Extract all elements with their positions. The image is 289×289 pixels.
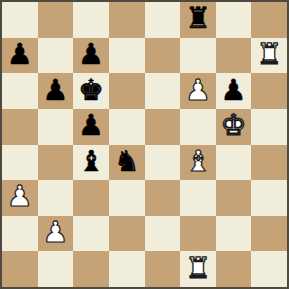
- square-e3[interactable]: [145, 180, 181, 216]
- square-a6[interactable]: [2, 73, 38, 109]
- square-g7[interactable]: [216, 38, 252, 74]
- square-f8[interactable]: ♜: [180, 2, 216, 38]
- square-b5[interactable]: [38, 109, 74, 145]
- white-bishop-f4[interactable]: ♝: [185, 147, 211, 176]
- square-h1[interactable]: [251, 251, 287, 287]
- square-f2[interactable]: [180, 216, 216, 252]
- square-f4[interactable]: ♝: [180, 145, 216, 181]
- square-g8[interactable]: [216, 2, 252, 38]
- square-d2[interactable]: [109, 216, 145, 252]
- square-h6[interactable]: [251, 73, 287, 109]
- square-c3[interactable]: [73, 180, 109, 216]
- square-g5[interactable]: ♚: [216, 109, 252, 145]
- square-e7[interactable]: [145, 38, 181, 74]
- square-e2[interactable]: [145, 216, 181, 252]
- white-rook-f1[interactable]: ♜: [185, 254, 211, 283]
- square-h4[interactable]: [251, 145, 287, 181]
- square-b1[interactable]: [38, 251, 74, 287]
- square-c2[interactable]: [73, 216, 109, 252]
- square-h3[interactable]: [251, 180, 287, 216]
- black-pawn-a7[interactable]: ♟: [7, 40, 33, 69]
- square-c6[interactable]: ♚: [73, 73, 109, 109]
- black-knight-d4[interactable]: ♞: [114, 147, 140, 176]
- black-bishop-c4[interactable]: ♝: [78, 147, 104, 176]
- square-h2[interactable]: [251, 216, 287, 252]
- black-pawn-c5[interactable]: ♟: [78, 111, 104, 140]
- square-e8[interactable]: [145, 2, 181, 38]
- white-pawn-b2[interactable]: ♟: [42, 218, 68, 247]
- square-h7[interactable]: ♜: [251, 38, 287, 74]
- square-d6[interactable]: [109, 73, 145, 109]
- square-b7[interactable]: [38, 38, 74, 74]
- square-d7[interactable]: [109, 38, 145, 74]
- square-c8[interactable]: [73, 2, 109, 38]
- square-e5[interactable]: [145, 109, 181, 145]
- square-b8[interactable]: [38, 2, 74, 38]
- square-h8[interactable]: [251, 2, 287, 38]
- square-g1[interactable]: [216, 251, 252, 287]
- square-a1[interactable]: [2, 251, 38, 287]
- black-pawn-g6[interactable]: ♟: [221, 76, 247, 105]
- square-d4[interactable]: ♞: [109, 145, 145, 181]
- square-d5[interactable]: [109, 109, 145, 145]
- square-h5[interactable]: [251, 109, 287, 145]
- square-d3[interactable]: [109, 180, 145, 216]
- square-c1[interactable]: [73, 251, 109, 287]
- square-e6[interactable]: [145, 73, 181, 109]
- square-a8[interactable]: [2, 2, 38, 38]
- black-pawn-c7[interactable]: ♟: [78, 40, 104, 69]
- square-g2[interactable]: [216, 216, 252, 252]
- square-g6[interactable]: ♟: [216, 73, 252, 109]
- square-d8[interactable]: [109, 2, 145, 38]
- square-d1[interactable]: [109, 251, 145, 287]
- square-b2[interactable]: ♟: [38, 216, 74, 252]
- square-b3[interactable]: [38, 180, 74, 216]
- square-a7[interactable]: ♟: [2, 38, 38, 74]
- white-rook-h7[interactable]: ♜: [256, 40, 282, 69]
- white-pawn-a3[interactable]: ♟: [7, 182, 33, 211]
- white-pawn-f6[interactable]: ♟: [185, 76, 211, 105]
- black-king-c6[interactable]: ♚: [78, 76, 104, 105]
- square-f3[interactable]: [180, 180, 216, 216]
- square-a2[interactable]: [2, 216, 38, 252]
- square-c4[interactable]: ♝: [73, 145, 109, 181]
- chess-board-wrapper: ♜♟♟♜♟♚♟♟♟♚♝♞♝♟♟♜: [0, 0, 289, 289]
- square-f6[interactable]: ♟: [180, 73, 216, 109]
- square-g4[interactable]: [216, 145, 252, 181]
- square-c5[interactable]: ♟: [73, 109, 109, 145]
- square-f7[interactable]: [180, 38, 216, 74]
- square-e1[interactable]: [145, 251, 181, 287]
- square-a3[interactable]: ♟: [2, 180, 38, 216]
- white-king-g5[interactable]: ♚: [221, 111, 247, 140]
- black-pawn-b6[interactable]: ♟: [42, 76, 68, 105]
- square-a4[interactable]: [2, 145, 38, 181]
- square-f5[interactable]: [180, 109, 216, 145]
- black-rook-f8[interactable]: ♜: [185, 4, 211, 33]
- square-c7[interactable]: ♟: [73, 38, 109, 74]
- square-e4[interactable]: [145, 145, 181, 181]
- chess-board: ♜♟♟♜♟♚♟♟♟♚♝♞♝♟♟♜: [0, 0, 289, 289]
- square-b6[interactable]: ♟: [38, 73, 74, 109]
- square-a5[interactable]: [2, 109, 38, 145]
- square-f1[interactable]: ♜: [180, 251, 216, 287]
- square-b4[interactable]: [38, 145, 74, 181]
- square-g3[interactable]: [216, 180, 252, 216]
